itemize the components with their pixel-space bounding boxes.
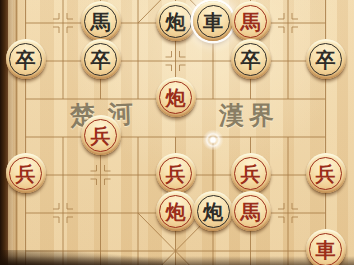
black-pawn-piece[interactable]: 卒 (81, 39, 121, 79)
black-cannon-piece[interactable]: 炮 (156, 1, 196, 41)
xiangqi-board[interactable]: 楚河 漢界 馬炮車馬卒卒卒卒炮兵兵兵兵兵炮炮馬車 (0, 0, 354, 265)
piece-character: 馬 (234, 5, 267, 38)
piece-character: 兵 (84, 119, 117, 152)
red-pawn-piece[interactable]: 兵 (231, 153, 271, 193)
piece-character: 卒 (309, 43, 342, 76)
piece-character: 兵 (309, 157, 342, 190)
black-cannon-piece[interactable]: 炮 (193, 191, 233, 231)
red-cannon-piece[interactable]: 炮 (156, 77, 196, 117)
red-chariot-piece[interactable]: 車 (306, 229, 346, 265)
piece-character: 兵 (159, 157, 192, 190)
piece-character: 卒 (9, 43, 42, 76)
black-pawn-piece[interactable]: 卒 (231, 39, 271, 79)
red-cannon-piece[interactable]: 炮 (156, 191, 196, 231)
red-pawn-piece[interactable]: 兵 (306, 153, 346, 193)
piece-character: 車 (309, 233, 342, 265)
black-chariot-piece[interactable]: 車 (193, 1, 233, 41)
piece-character: 兵 (9, 157, 42, 190)
piece-character: 卒 (234, 43, 267, 76)
pieces-layer: 馬炮車馬卒卒卒卒炮兵兵兵兵兵炮炮馬車 (0, 0, 354, 265)
piece-character: 炮 (159, 81, 192, 114)
board-bottom-left-shadow (0, 250, 163, 265)
piece-character: 炮 (197, 195, 230, 228)
black-pawn-piece[interactable]: 卒 (306, 39, 346, 79)
red-horse-piece[interactable]: 馬 (231, 191, 271, 231)
piece-character: 馬 (234, 195, 267, 228)
piece-character: 卒 (84, 43, 117, 76)
piece-character: 馬 (84, 5, 117, 38)
black-pawn-piece[interactable]: 卒 (6, 39, 46, 79)
black-horse-piece[interactable]: 馬 (81, 1, 121, 41)
piece-character: 車 (197, 5, 230, 38)
red-pawn-piece[interactable]: 兵 (156, 153, 196, 193)
red-pawn-piece[interactable]: 兵 (6, 153, 46, 193)
red-pawn-piece[interactable]: 兵 (81, 115, 121, 155)
red-horse-piece[interactable]: 馬 (231, 1, 271, 41)
piece-character: 炮 (159, 5, 192, 38)
piece-character: 炮 (159, 195, 192, 228)
piece-character: 兵 (234, 157, 267, 190)
